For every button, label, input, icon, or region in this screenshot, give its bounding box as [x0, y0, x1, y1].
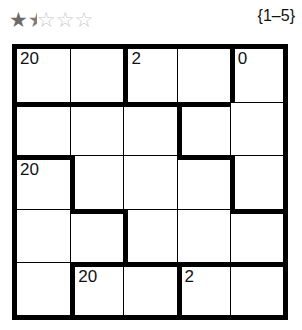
- puzzle-grid: 20 2 0 20 20 2: [12, 44, 288, 320]
- cell-r1c2[interactable]: [123, 102, 176, 155]
- cell-r2c0[interactable]: 20: [17, 155, 70, 208]
- cage-clue: 20: [78, 268, 97, 287]
- cell-r2c2[interactable]: [123, 155, 176, 208]
- cell-r1c3[interactable]: [177, 102, 230, 155]
- cell-r0c1[interactable]: [70, 49, 123, 102]
- cell-r4c1[interactable]: 20: [70, 262, 123, 315]
- cell-r3c2[interactable]: [123, 209, 176, 262]
- cell-r0c4[interactable]: 0: [230, 49, 283, 102]
- cell-r2c3[interactable]: [177, 155, 230, 208]
- cage-clue: 0: [238, 50, 247, 69]
- cell-r4c4[interactable]: [230, 262, 283, 315]
- cell-r1c0[interactable]: [17, 102, 70, 155]
- cell-r0c2[interactable]: 2: [123, 49, 176, 102]
- cell-r4c3[interactable]: 2: [177, 262, 230, 315]
- cell-r3c4[interactable]: [230, 209, 283, 262]
- cell-r1c4[interactable]: [230, 102, 283, 155]
- cell-r3c1[interactable]: [70, 209, 123, 262]
- cage-clue: 20: [20, 50, 39, 69]
- star-empty-icon: ☆: [74, 8, 93, 31]
- cage-clue: 2: [131, 50, 140, 69]
- cage-clue: 2: [185, 268, 194, 287]
- difficulty-stars: ★★☆☆☆: [9, 8, 93, 32]
- cell-r0c3[interactable]: [177, 49, 230, 102]
- star-empty-icon: ☆: [37, 8, 56, 31]
- star-half-icon: ★: [28, 8, 37, 31]
- star-empty-icon: ☆: [56, 8, 75, 31]
- cage-clue: 20: [20, 161, 39, 180]
- cell-r3c3[interactable]: [177, 209, 230, 262]
- cell-r3c0[interactable]: [17, 209, 70, 262]
- digit-range-label: {1–5}: [258, 7, 295, 25]
- cell-r2c1[interactable]: [70, 155, 123, 208]
- cell-r0c0[interactable]: 20: [17, 49, 70, 102]
- cell-r4c2[interactable]: [123, 262, 176, 315]
- cell-r1c1[interactable]: [70, 102, 123, 155]
- cell-r4c0[interactable]: [17, 262, 70, 315]
- star-filled-icon: ★: [9, 8, 28, 31]
- cell-r2c4[interactable]: [230, 155, 283, 208]
